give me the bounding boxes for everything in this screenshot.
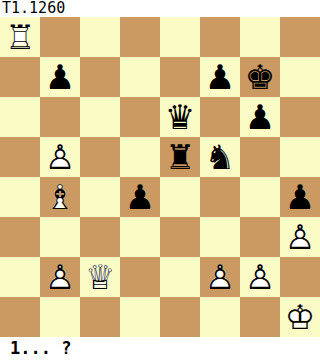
- square-h2[interactable]: [280, 257, 320, 297]
- piece-outline-layer: ♙: [40, 257, 80, 297]
- square-e1[interactable]: [160, 297, 200, 337]
- square-e3[interactable]: [160, 217, 200, 257]
- white-pawn: ♟♙: [40, 137, 80, 177]
- square-e2[interactable]: [160, 257, 200, 297]
- square-d4[interactable]: ♟: [120, 177, 160, 217]
- square-f3[interactable]: [200, 217, 240, 257]
- white-pawn: ♟♙: [240, 257, 280, 297]
- square-d6[interactable]: [120, 97, 160, 137]
- piece-outline-layer: ♙: [200, 257, 240, 297]
- square-c1[interactable]: [80, 297, 120, 337]
- diagram-title: T1.1260: [0, 0, 320, 17]
- piece-outline-layer: ♕: [80, 257, 120, 297]
- square-f6[interactable]: [200, 97, 240, 137]
- square-d7[interactable]: [120, 57, 160, 97]
- square-g3[interactable]: [240, 217, 280, 257]
- square-c5[interactable]: [80, 137, 120, 177]
- black-queen: ♛: [160, 97, 200, 137]
- square-b2[interactable]: ♟♙: [40, 257, 80, 297]
- square-g1[interactable]: [240, 297, 280, 337]
- square-b8[interactable]: [40, 17, 80, 57]
- white-pawn: ♟♙: [200, 257, 240, 297]
- square-a2[interactable]: [0, 257, 40, 297]
- square-c7[interactable]: [80, 57, 120, 97]
- piece-glyph: ♜: [160, 137, 200, 177]
- move-prompt: 1... ?: [0, 337, 320, 360]
- square-b7[interactable]: ♟: [40, 57, 80, 97]
- white-pawn: ♟♙: [40, 257, 80, 297]
- black-pawn: ♟: [240, 97, 280, 137]
- piece-outline-layer: ♙: [40, 137, 80, 177]
- black-king: ♚: [240, 57, 280, 97]
- square-e4[interactable]: [160, 177, 200, 217]
- square-b1[interactable]: [40, 297, 80, 337]
- piece-outline-layer: ♙: [240, 257, 280, 297]
- square-g6[interactable]: ♟: [240, 97, 280, 137]
- square-c2[interactable]: ♛♕: [80, 257, 120, 297]
- square-e8[interactable]: [160, 17, 200, 57]
- piece-outline-layer: ♔: [280, 297, 320, 337]
- square-e5[interactable]: ♜: [160, 137, 200, 177]
- white-queen: ♛♕: [80, 257, 120, 297]
- black-pawn: ♟: [200, 57, 240, 97]
- piece-glyph: ♛: [160, 97, 200, 137]
- square-g5[interactable]: [240, 137, 280, 177]
- black-knight: ♞: [200, 137, 240, 177]
- square-c8[interactable]: [80, 17, 120, 57]
- square-e7[interactable]: [160, 57, 200, 97]
- black-pawn: ♟: [120, 177, 160, 217]
- square-g8[interactable]: [240, 17, 280, 57]
- black-pawn: ♟: [280, 177, 320, 217]
- square-h3[interactable]: ♟♙: [280, 217, 320, 257]
- square-g2[interactable]: ♟♙: [240, 257, 280, 297]
- square-d2[interactable]: [120, 257, 160, 297]
- piece-outline-layer: ♙: [280, 217, 320, 257]
- square-b5[interactable]: ♟♙: [40, 137, 80, 177]
- square-h6[interactable]: [280, 97, 320, 137]
- square-f2[interactable]: ♟♙: [200, 257, 240, 297]
- square-f8[interactable]: [200, 17, 240, 57]
- piece-glyph: ♟: [240, 97, 280, 137]
- piece-glyph: ♟: [120, 177, 160, 217]
- square-d5[interactable]: [120, 137, 160, 177]
- square-f1[interactable]: [200, 297, 240, 337]
- square-g7[interactable]: ♚: [240, 57, 280, 97]
- square-f7[interactable]: ♟: [200, 57, 240, 97]
- piece-outline-layer: ♗: [40, 177, 80, 217]
- square-h8[interactable]: [280, 17, 320, 57]
- black-rook: ♜: [160, 137, 200, 177]
- chess-board: ♜♖♟♟♚♛♟♟♙♜♞♝♗♟♟♟♙♟♙♛♕♟♙♟♙♚♔: [0, 17, 320, 337]
- piece-glyph: ♟: [280, 177, 320, 217]
- white-king: ♚♔: [280, 297, 320, 337]
- white-bishop: ♝♗: [40, 177, 80, 217]
- square-d1[interactable]: [120, 297, 160, 337]
- square-c3[interactable]: [80, 217, 120, 257]
- square-d3[interactable]: [120, 217, 160, 257]
- square-c4[interactable]: [80, 177, 120, 217]
- square-b3[interactable]: [40, 217, 80, 257]
- piece-outline-layer: ♖: [0, 17, 40, 57]
- square-g4[interactable]: [240, 177, 280, 217]
- square-h7[interactable]: [280, 57, 320, 97]
- square-h5[interactable]: [280, 137, 320, 177]
- square-h4[interactable]: ♟: [280, 177, 320, 217]
- square-a7[interactable]: [0, 57, 40, 97]
- square-a8[interactable]: ♜♖: [0, 17, 40, 57]
- square-e6[interactable]: ♛: [160, 97, 200, 137]
- square-f5[interactable]: ♞: [200, 137, 240, 177]
- square-h1[interactable]: ♚♔: [280, 297, 320, 337]
- square-a6[interactable]: [0, 97, 40, 137]
- white-pawn: ♟♙: [280, 217, 320, 257]
- chess-puzzle-window: T1.1260 ♜♖♟♟♚♛♟♟♙♜♞♝♗♟♟♟♙♟♙♛♕♟♙♟♙♚♔ 1...…: [0, 0, 320, 360]
- black-pawn: ♟: [40, 57, 80, 97]
- piece-glyph: ♟: [40, 57, 80, 97]
- piece-glyph: ♚: [240, 57, 280, 97]
- square-c6[interactable]: [80, 97, 120, 137]
- square-a5[interactable]: [0, 137, 40, 177]
- square-a3[interactable]: [0, 217, 40, 257]
- piece-glyph: ♟: [200, 57, 240, 97]
- white-rook: ♜♖: [0, 17, 40, 57]
- square-b4[interactable]: ♝♗: [40, 177, 80, 217]
- square-b6[interactable]: [40, 97, 80, 137]
- square-f4[interactable]: [200, 177, 240, 217]
- square-d8[interactable]: [120, 17, 160, 57]
- square-a1[interactable]: [0, 297, 40, 337]
- square-a4[interactable]: [0, 177, 40, 217]
- piece-glyph: ♞: [200, 137, 240, 177]
